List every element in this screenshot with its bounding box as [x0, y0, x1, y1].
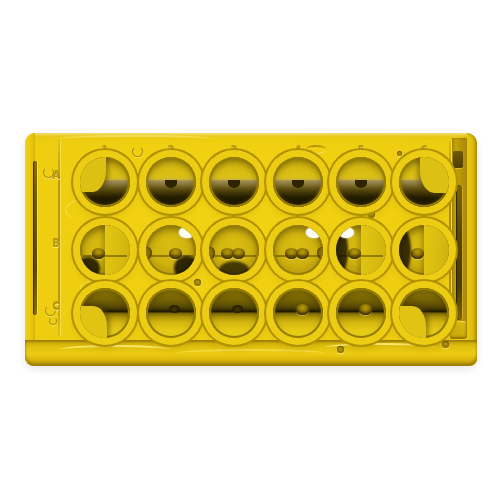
col-label-6: 6 — [421, 145, 428, 156]
well-C2-empty — [146, 288, 196, 338]
well-interior-oval-center — [359, 304, 372, 315]
well-A6-empty — [399, 157, 449, 207]
molded-curl — [132, 146, 143, 157]
dimple-hole — [368, 211, 375, 218]
rack-right-hinge-slot — [456, 185, 462, 320]
white-chip — [305, 225, 322, 239]
well-interior-notch-center — [355, 180, 367, 188]
well-interior-notch-right — [317, 247, 323, 259]
well-interior-notch-center — [228, 180, 240, 188]
well-interior-oval-left — [92, 248, 105, 259]
well-interior-tab-topright — [420, 157, 449, 193]
well-B2-empty — [146, 225, 196, 275]
well-C3-empty — [209, 288, 259, 338]
well-interior-notch-center — [165, 180, 177, 188]
well-interior-bump-center — [169, 305, 180, 313]
well-interior-shadow-bottom — [219, 261, 249, 275]
well-A3-empty — [209, 157, 259, 207]
well-interior-shadow-bottom-right — [174, 256, 196, 275]
well-B5-empty — [336, 225, 386, 275]
test-tube-rack: 123456ABC — [25, 133, 477, 366]
col-label-1: 1 — [102, 145, 109, 156]
well-interior-bump-center — [232, 305, 243, 313]
well-interior-oval-center — [296, 248, 309, 259]
well-interior-tab-bottomleft — [80, 306, 107, 338]
rack-bottom-rail — [25, 340, 477, 366]
rack-right-latch-tab — [450, 321, 466, 339]
well-B6-empty — [399, 225, 449, 275]
gloss-streak — [60, 345, 170, 354]
well-A5-empty — [336, 157, 386, 207]
well-interior-notch-left — [209, 247, 215, 259]
well-C1-empty — [80, 288, 130, 338]
well-interior-seam — [276, 255, 320, 257]
well-interior-shadow-left — [399, 228, 411, 274]
well-C6-empty — [399, 288, 449, 338]
well-B4-empty — [273, 225, 323, 275]
col-label-4: 4 — [295, 145, 302, 156]
dimple-hole — [337, 346, 344, 353]
well-A4-empty — [273, 157, 323, 207]
col-label-5: 5 — [358, 145, 365, 156]
dimple-hole — [397, 151, 402, 156]
well-interior-oval-left — [348, 248, 361, 259]
rack-right-seam — [449, 141, 451, 336]
well-interior-notch-left — [146, 247, 152, 259]
molded-curl — [49, 317, 57, 325]
photo-background: 123456ABC — [0, 0, 500, 500]
row-label-A: A — [52, 170, 60, 181]
rack-right-edge — [467, 133, 477, 366]
col-label-3: 3 — [231, 145, 238, 156]
well-interior-shadow-bottom-left — [80, 257, 100, 275]
well-B1-empty — [80, 225, 130, 275]
well-interior-notch-center — [292, 180, 304, 188]
well-C5-empty — [336, 288, 386, 338]
dimple-hole — [442, 341, 449, 348]
well-interior-wall-right — [424, 225, 449, 275]
well-A2-empty — [146, 157, 196, 207]
row-label-C: C — [52, 301, 59, 312]
rack-right-latch-notch — [453, 151, 463, 168]
rack-left-hinge-slot — [33, 161, 37, 315]
well-interior-oval-left — [411, 248, 424, 259]
gloss-streak — [55, 135, 215, 144]
molded-swoosh — [306, 145, 326, 153]
well-interior-wall-right — [105, 225, 130, 275]
well-B3-empty — [209, 225, 259, 275]
row-label-B: B — [52, 238, 60, 249]
well-interior-wall-right — [361, 225, 386, 275]
white-chip — [178, 225, 195, 239]
well-interior-tab-topleft — [80, 157, 106, 192]
col-label-2: 2 — [168, 145, 175, 156]
gloss-streak — [175, 349, 325, 358]
well-interior-tab-bottomleft — [399, 306, 426, 338]
well-interior-oval-center — [232, 248, 245, 259]
well-interior-oval-center — [296, 304, 309, 315]
well-A1-empty — [80, 157, 130, 207]
dimple-hole — [194, 279, 201, 286]
well-interior-seam — [212, 255, 256, 257]
well-C4-empty — [273, 288, 323, 338]
